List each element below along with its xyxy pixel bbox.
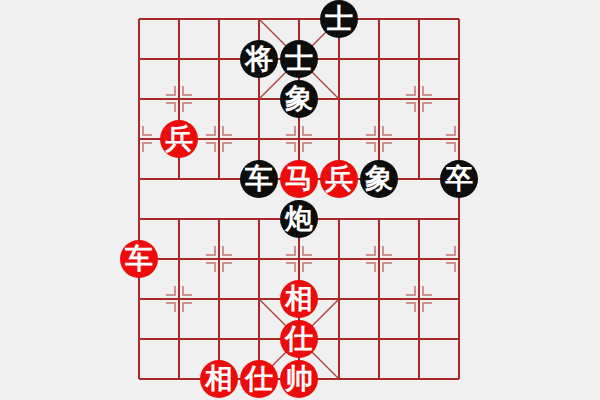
black-chariot[interactable]: 车: [240, 160, 278, 198]
black-advisor[interactable]: 士: [280, 40, 318, 78]
black-elephant[interactable]: 象: [280, 80, 318, 118]
xiangqi-board[interactable]: 士将士象兵车马兵象卒炮车相仕相仕帅: [119, 0, 479, 399]
red-advisor[interactable]: 仕: [240, 360, 278, 398]
black-advisor[interactable]: 士: [320, 0, 358, 38]
red-advisor[interactable]: 仕: [280, 320, 318, 358]
red-horse[interactable]: 马: [280, 160, 318, 198]
red-soldier[interactable]: 兵: [160, 120, 198, 158]
red-chariot[interactable]: 车: [120, 240, 158, 278]
black-soldier[interactable]: 卒: [440, 160, 478, 198]
black-cannon[interactable]: 炮: [280, 200, 318, 238]
red-soldier[interactable]: 兵: [320, 160, 358, 198]
red-general[interactable]: 帅: [280, 360, 318, 398]
black-general[interactable]: 将: [240, 40, 278, 78]
red-elephant[interactable]: 相: [200, 360, 238, 398]
red-elephant[interactable]: 相: [280, 280, 318, 318]
black-elephant[interactable]: 象: [360, 160, 398, 198]
app-background: 士将士象兵车马兵象卒炮车相仕相仕帅: [0, 0, 600, 400]
